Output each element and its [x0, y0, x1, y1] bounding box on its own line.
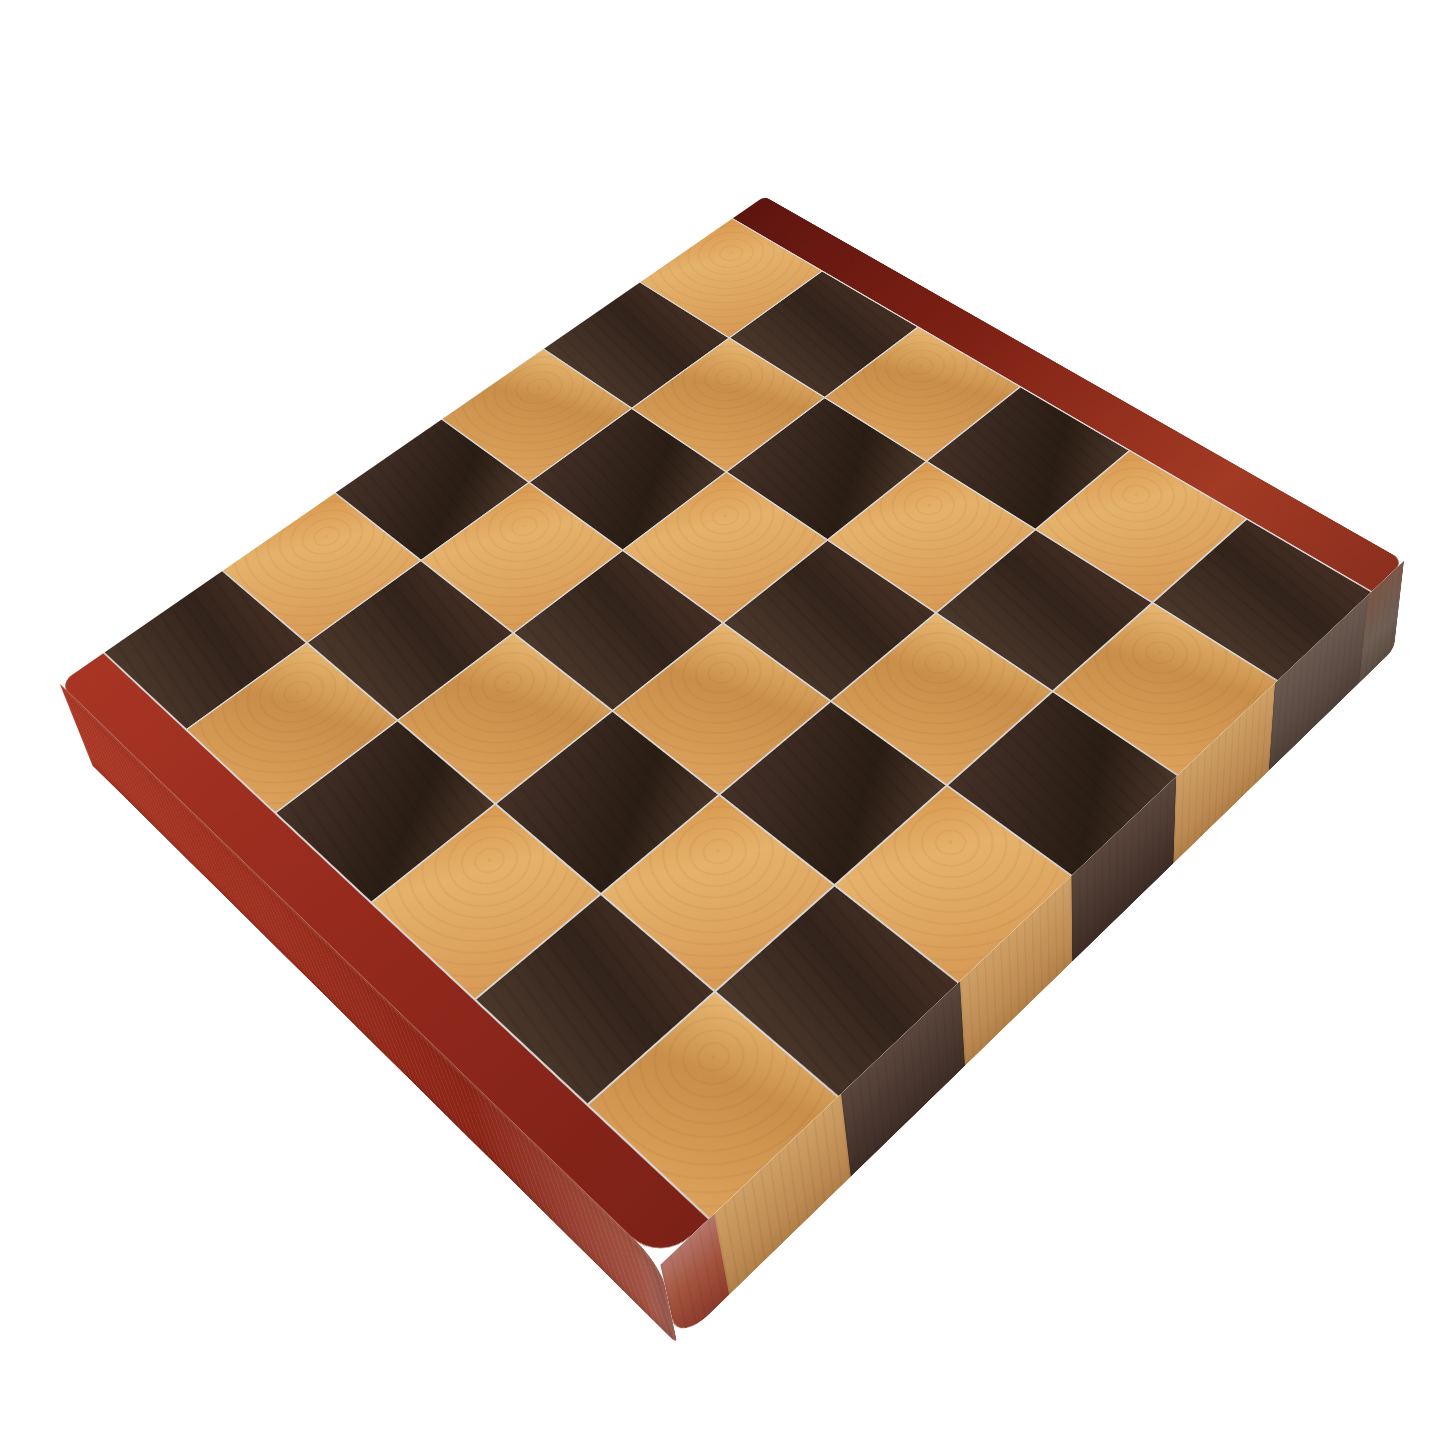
padauk-border-strip-left [60, 653, 709, 1264]
square-r5-c3 [721, 702, 946, 884]
square-r5-c2 [602, 796, 833, 990]
square-r4-c2 [497, 712, 718, 893]
board-top-face [60, 196, 1405, 1264]
board-placement [156, 70, 1291, 1175]
cutting-board [60, 196, 1405, 1264]
product-photo-white-background [0, 0, 1445, 1445]
board-scene [156, 70, 1291, 1175]
square-r4-c3 [614, 624, 830, 794]
square-r5-c4 [832, 614, 1051, 784]
